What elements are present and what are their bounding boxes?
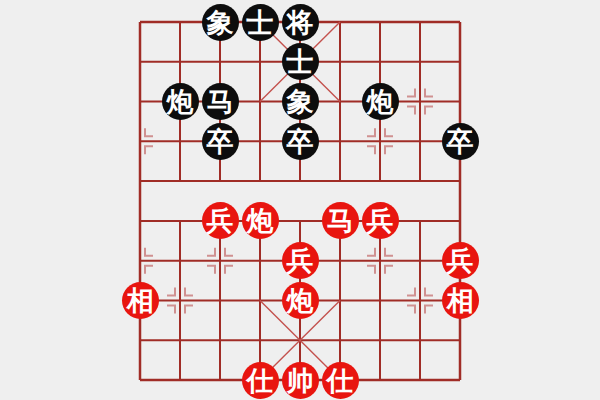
piece-red-general[interactable]: 帅 xyxy=(282,362,319,399)
piece-black-elephant[interactable]: 象 xyxy=(202,4,239,41)
pieces-layer: 象士将士炮马象炮卒卒卒兵炮马兵兵兵相炮相仕帅仕 xyxy=(0,0,600,400)
piece-red-soldier[interactable]: 兵 xyxy=(362,202,399,239)
piece-black-horse[interactable]: 马 xyxy=(202,83,239,120)
xiangqi-board[interactable]: 象士将士炮马象炮卒卒卒兵炮马兵兵兵相炮相仕帅仕 xyxy=(0,0,600,400)
app-background: 象士将士炮马象炮卒卒卒兵炮马兵兵兵相炮相仕帅仕 xyxy=(0,0,600,400)
piece-red-cannon[interactable]: 炮 xyxy=(242,202,279,239)
piece-black-cannon[interactable]: 炮 xyxy=(362,83,399,120)
piece-black-advisor[interactable]: 士 xyxy=(282,43,319,80)
piece-red-advisor[interactable]: 仕 xyxy=(242,362,279,399)
piece-black-soldier[interactable]: 卒 xyxy=(442,123,479,160)
piece-red-elephant[interactable]: 相 xyxy=(442,282,479,319)
piece-red-horse[interactable]: 马 xyxy=(322,202,359,239)
piece-red-soldier[interactable]: 兵 xyxy=(442,242,479,279)
piece-red-cannon[interactable]: 炮 xyxy=(282,282,319,319)
piece-black-elephant[interactable]: 象 xyxy=(282,83,319,120)
piece-black-cannon[interactable]: 炮 xyxy=(162,83,199,120)
piece-red-soldier[interactable]: 兵 xyxy=(282,242,319,279)
piece-red-advisor[interactable]: 仕 xyxy=(322,362,359,399)
piece-red-soldier[interactable]: 兵 xyxy=(202,202,239,239)
piece-black-general[interactable]: 将 xyxy=(282,4,319,41)
piece-black-advisor[interactable]: 士 xyxy=(242,4,279,41)
piece-black-soldier[interactable]: 卒 xyxy=(282,123,319,160)
piece-red-elephant[interactable]: 相 xyxy=(122,282,159,319)
piece-black-soldier[interactable]: 卒 xyxy=(202,123,239,160)
